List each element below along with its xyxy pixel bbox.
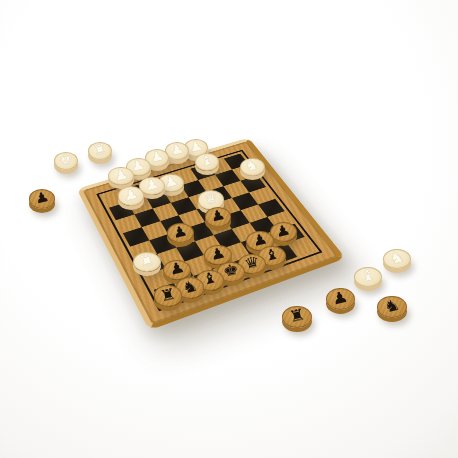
black-rook-icon: ♜ xyxy=(159,286,178,304)
black-rook-icon: ♜ xyxy=(287,306,306,325)
white-knight-icon: ♞ xyxy=(388,249,406,267)
piece-disc-white-rook-a3: ♜ xyxy=(133,252,161,273)
white-pawn-icon: ♟ xyxy=(149,149,165,165)
white-bishop-icon: ♝ xyxy=(199,153,215,169)
piece-disc-black-pawn-e4: ♟ xyxy=(205,207,232,227)
piece-disc-white-rook-offboard: ♜ xyxy=(88,142,113,160)
black-queen-icon: ♛ xyxy=(243,254,261,272)
white-king-icon: ♚ xyxy=(58,152,74,168)
black-pawn-icon: ♟ xyxy=(168,260,187,278)
black-pawn-icon: ♟ xyxy=(209,245,227,263)
black-pawn-icon: ♟ xyxy=(171,223,189,240)
black-knight-icon: ♞ xyxy=(382,297,401,316)
black-king-icon: ♚ xyxy=(222,262,241,280)
white-bishop-icon: ♝ xyxy=(359,267,378,285)
white-pawn-icon: ♟ xyxy=(113,167,130,183)
white-pawn-icon: ♟ xyxy=(123,187,140,203)
white-queen-icon: ♛ xyxy=(202,191,219,208)
black-pawn-icon: ♟ xyxy=(330,289,349,308)
piece-disc-white-knight-offboard: ♞ xyxy=(383,249,411,270)
piece-disc-black-pawn-offboard: ♟ xyxy=(29,189,55,208)
piece-disc-black-knight-offboard: ♞ xyxy=(377,296,406,318)
black-pawn-icon: ♟ xyxy=(209,208,226,225)
white-pawn-icon: ♟ xyxy=(169,142,185,158)
piece-disc-white-pawn-b7: ♟ xyxy=(118,186,144,205)
piece-disc-black-rook-offboard: ♜ xyxy=(282,306,312,328)
piece-disc-white-knight-h6: ♞ xyxy=(240,158,265,177)
white-rook-icon: ♜ xyxy=(92,142,108,158)
piece-disc-white-pawn-b8: ♟ xyxy=(108,167,133,186)
piece-disc-black-pawn-offboard: ♟ xyxy=(326,288,355,309)
black-pawn-icon: ♟ xyxy=(274,222,292,239)
white-pawn-icon: ♟ xyxy=(144,177,161,193)
piece-disc-black-pawn-c4: ♟ xyxy=(167,223,194,243)
product-photo-stage: ♟♟♟♟♟♟♟♟♝♞♛♜♟♟♟♟♟♟♜♞♝♚♛♝♚♜♟♞♝♟♞♜ xyxy=(0,0,458,458)
white-pawn-icon: ♟ xyxy=(163,174,180,190)
black-pawn-icon: ♟ xyxy=(33,190,50,207)
piece-disc-white-king-offboard: ♚ xyxy=(54,152,79,170)
piece-disc-black-rook-a1: ♜ xyxy=(154,285,183,306)
black-knight-icon: ♞ xyxy=(181,278,200,296)
white-knight-icon: ♞ xyxy=(244,158,261,174)
piece-disc-white-bishop-offboard: ♝ xyxy=(354,267,382,288)
white-rook-icon: ♜ xyxy=(138,252,156,270)
